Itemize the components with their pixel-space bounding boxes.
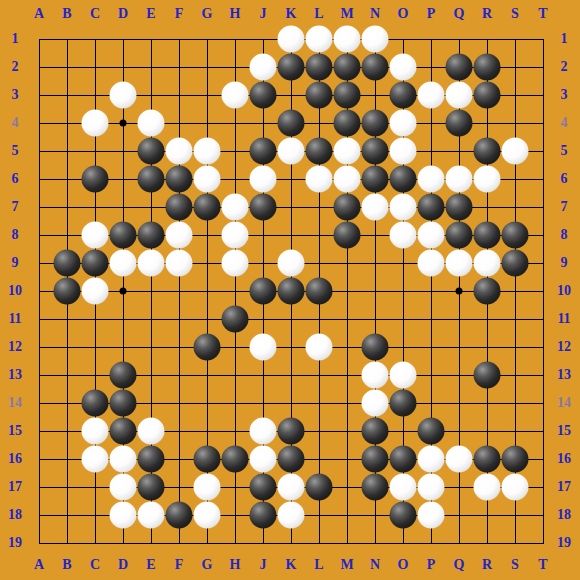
col-label-bottom-N[interactable]: N [370, 557, 380, 573]
col-label-bottom-C[interactable]: C [90, 557, 100, 573]
black-stone-Q4 [446, 110, 473, 137]
white-stone-K5 [278, 138, 305, 165]
row-label-right-5[interactable]: 5 [561, 143, 568, 159]
go-board[interactable]: ABCDEFGHJKLMNOPQRST ABCDEFGHJKLMNOPQRST … [0, 0, 580, 580]
black-stone-K4 [278, 110, 305, 137]
row-label-right-17[interactable]: 17 [557, 479, 571, 495]
white-stone-P3 [418, 82, 445, 109]
col-label-bottom-J[interactable]: J [260, 557, 267, 573]
black-stone-N17 [362, 474, 389, 501]
white-stone-E15 [138, 418, 165, 445]
white-stone-D18 [110, 502, 137, 529]
black-stone-D8 [110, 222, 137, 249]
black-stone-P7 [418, 194, 445, 221]
black-stone-E16 [138, 446, 165, 473]
black-stone-L2 [306, 54, 333, 81]
black-stone-L5 [306, 138, 333, 165]
row-label-right-3[interactable]: 3 [561, 87, 568, 103]
white-stone-O4 [390, 110, 417, 137]
row-label-right-4[interactable]: 4 [561, 115, 568, 131]
white-stone-C15 [82, 418, 109, 445]
white-stone-P16 [418, 446, 445, 473]
row-label-right-7[interactable]: 7 [561, 199, 568, 215]
black-stone-R3 [474, 82, 501, 109]
black-stone-E17 [138, 474, 165, 501]
black-stone-H11 [222, 306, 249, 333]
black-stone-M3 [334, 82, 361, 109]
row-label-right-16[interactable]: 16 [557, 451, 571, 467]
black-stone-K2 [278, 54, 305, 81]
white-stone-J15 [250, 418, 277, 445]
black-stone-S16 [502, 446, 529, 473]
white-stone-S5 [502, 138, 529, 165]
white-stone-O8 [390, 222, 417, 249]
col-label-bottom-O[interactable]: O [398, 557, 409, 573]
white-stone-J12 [250, 334, 277, 361]
row-label-left-13[interactable]: 13 [8, 367, 22, 383]
white-stone-K17 [278, 474, 305, 501]
black-stone-F18 [166, 502, 193, 529]
row-label-left-12[interactable]: 12 [8, 339, 22, 355]
white-stone-O5 [390, 138, 417, 165]
white-stone-O17 [390, 474, 417, 501]
col-label-top-C[interactable]: C [90, 6, 100, 22]
row-label-right-11[interactable]: 11 [557, 311, 570, 327]
white-stone-R9 [474, 250, 501, 277]
black-stone-D13 [110, 362, 137, 389]
white-stone-Q6 [446, 166, 473, 193]
black-stone-R16 [474, 446, 501, 473]
black-stone-N12 [362, 334, 389, 361]
row-label-right-13[interactable]: 13 [557, 367, 571, 383]
black-stone-E5 [138, 138, 165, 165]
white-stone-D3 [110, 82, 137, 109]
row-label-left-16[interactable]: 16 [8, 451, 22, 467]
col-label-bottom-R[interactable]: R [482, 557, 492, 573]
white-stone-L6 [306, 166, 333, 193]
black-stone-J5 [250, 138, 277, 165]
black-stone-L3 [306, 82, 333, 109]
black-stone-J17 [250, 474, 277, 501]
col-label-top-H[interactable]: H [230, 6, 241, 22]
row-label-left-1[interactable]: 1 [12, 31, 19, 47]
black-stone-O3 [390, 82, 417, 109]
white-stone-J2 [250, 54, 277, 81]
black-stone-F7 [166, 194, 193, 221]
row-label-right-18[interactable]: 18 [557, 507, 571, 523]
row-label-left-10[interactable]: 10 [8, 283, 22, 299]
row-label-left-18[interactable]: 18 [8, 507, 22, 523]
black-stone-M4 [334, 110, 361, 137]
white-stone-F9 [166, 250, 193, 277]
white-stone-G5 [194, 138, 221, 165]
white-stone-C16 [82, 446, 109, 473]
black-stone-J7 [250, 194, 277, 221]
white-stone-R17 [474, 474, 501, 501]
white-stone-D17 [110, 474, 137, 501]
black-stone-C14 [82, 390, 109, 417]
black-stone-F6 [166, 166, 193, 193]
col-label-top-G[interactable]: G [202, 6, 213, 22]
white-stone-R6 [474, 166, 501, 193]
black-stone-N2 [362, 54, 389, 81]
black-stone-N16 [362, 446, 389, 473]
black-stone-M8 [334, 222, 361, 249]
col-label-top-F[interactable]: F [175, 6, 184, 22]
col-label-bottom-T[interactable]: T [538, 557, 547, 573]
white-stone-M6 [334, 166, 361, 193]
white-stone-H8 [222, 222, 249, 249]
black-stone-E6 [138, 166, 165, 193]
row-label-right-6[interactable]: 6 [561, 171, 568, 187]
col-label-top-M[interactable]: M [340, 6, 353, 22]
black-stone-J3 [250, 82, 277, 109]
row-label-right-1[interactable]: 1 [561, 31, 568, 47]
black-stone-B10 [54, 278, 81, 305]
col-label-bottom-A[interactable]: A [34, 557, 44, 573]
white-stone-D16 [110, 446, 137, 473]
white-stone-G6 [194, 166, 221, 193]
white-stone-N7 [362, 194, 389, 221]
white-stone-H9 [222, 250, 249, 277]
black-stone-K15 [278, 418, 305, 445]
black-stone-R13 [474, 362, 501, 389]
white-stone-E9 [138, 250, 165, 277]
white-stone-F5 [166, 138, 193, 165]
row-label-left-19[interactable]: 19 [8, 535, 22, 551]
black-stone-R8 [474, 222, 501, 249]
white-stone-P9 [418, 250, 445, 277]
hoshi-point-D10 [120, 288, 127, 295]
black-stone-K16 [278, 446, 305, 473]
black-stone-G12 [194, 334, 221, 361]
black-stone-O16 [390, 446, 417, 473]
white-stone-C8 [82, 222, 109, 249]
white-stone-D9 [110, 250, 137, 277]
white-stone-L12 [306, 334, 333, 361]
white-stone-Q3 [446, 82, 473, 109]
black-stone-R5 [474, 138, 501, 165]
white-stone-N1 [362, 26, 389, 53]
white-stone-M1 [334, 26, 361, 53]
white-stone-C4 [82, 110, 109, 137]
white-stone-P17 [418, 474, 445, 501]
black-stone-B9 [54, 250, 81, 277]
black-stone-M7 [334, 194, 361, 221]
white-stone-P18 [418, 502, 445, 529]
black-stone-S8 [502, 222, 529, 249]
black-stone-O14 [390, 390, 417, 417]
col-label-bottom-L[interactable]: L [314, 557, 323, 573]
row-label-left-11[interactable]: 11 [8, 311, 21, 327]
col-label-bottom-P[interactable]: P [427, 557, 436, 573]
white-stone-P6 [418, 166, 445, 193]
white-stone-P8 [418, 222, 445, 249]
row-label-left-4[interactable]: 4 [12, 115, 19, 131]
black-stone-J18 [250, 502, 277, 529]
black-stone-K10 [278, 278, 305, 305]
black-stone-Q7 [446, 194, 473, 221]
row-label-left-5[interactable]: 5 [12, 143, 19, 159]
white-stone-L1 [306, 26, 333, 53]
row-label-right-12[interactable]: 12 [557, 339, 571, 355]
black-stone-C6 [82, 166, 109, 193]
col-label-bottom-M[interactable]: M [340, 557, 353, 573]
black-stone-N5 [362, 138, 389, 165]
col-label-top-L[interactable]: L [314, 6, 323, 22]
col-label-top-J[interactable]: J [260, 6, 267, 22]
white-stone-E18 [138, 502, 165, 529]
black-stone-Q8 [446, 222, 473, 249]
row-label-left-17[interactable]: 17 [8, 479, 22, 495]
row-label-right-10[interactable]: 10 [557, 283, 571, 299]
black-stone-G16 [194, 446, 221, 473]
row-label-left-9[interactable]: 9 [12, 255, 19, 271]
col-label-bottom-Q[interactable]: Q [454, 557, 465, 573]
col-label-bottom-S[interactable]: S [511, 557, 519, 573]
col-label-bottom-K[interactable]: K [286, 557, 297, 573]
black-stone-M2 [334, 54, 361, 81]
col-label-bottom-D[interactable]: D [118, 557, 128, 573]
white-stone-Q16 [446, 446, 473, 473]
col-label-bottom-B[interactable]: B [62, 557, 71, 573]
row-label-left-7[interactable]: 7 [12, 199, 19, 215]
white-stone-K9 [278, 250, 305, 277]
col-label-top-D[interactable]: D [118, 6, 128, 22]
white-stone-G17 [194, 474, 221, 501]
white-stone-O13 [390, 362, 417, 389]
col-label-top-E[interactable]: E [146, 6, 155, 22]
black-stone-J10 [250, 278, 277, 305]
black-stone-P15 [418, 418, 445, 445]
col-label-bottom-E[interactable]: E [146, 557, 155, 573]
row-label-left-14[interactable]: 14 [8, 395, 22, 411]
black-stone-C9 [82, 250, 109, 277]
white-stone-N13 [362, 362, 389, 389]
row-label-left-2[interactable]: 2 [12, 59, 19, 75]
white-stone-G18 [194, 502, 221, 529]
black-stone-N15 [362, 418, 389, 445]
black-stone-N6 [362, 166, 389, 193]
col-label-top-O[interactable]: O [398, 6, 409, 22]
col-label-bottom-F[interactable]: F [175, 557, 184, 573]
col-label-top-Q[interactable]: Q [454, 6, 465, 22]
white-stone-O7 [390, 194, 417, 221]
col-label-top-P[interactable]: P [427, 6, 436, 22]
black-stone-D14 [110, 390, 137, 417]
white-stone-Q9 [446, 250, 473, 277]
black-stone-L10 [306, 278, 333, 305]
col-label-top-R[interactable]: R [482, 6, 492, 22]
white-stone-M5 [334, 138, 361, 165]
white-stone-K1 [278, 26, 305, 53]
hoshi-point-Q10 [456, 288, 463, 295]
col-label-top-B[interactable]: B [62, 6, 71, 22]
white-stone-K18 [278, 502, 305, 529]
white-stone-N14 [362, 390, 389, 417]
white-stone-H7 [222, 194, 249, 221]
white-stone-H3 [222, 82, 249, 109]
row-label-right-8[interactable]: 8 [561, 227, 568, 243]
row-label-left-8[interactable]: 8 [12, 227, 19, 243]
col-label-top-T[interactable]: T [538, 6, 547, 22]
white-stone-J6 [250, 166, 277, 193]
row-label-left-3[interactable]: 3 [12, 87, 19, 103]
white-stone-E4 [138, 110, 165, 137]
row-label-left-15[interactable]: 15 [8, 423, 22, 439]
row-label-right-2[interactable]: 2 [561, 59, 568, 75]
col-label-bottom-H[interactable]: H [230, 557, 241, 573]
black-stone-L17 [306, 474, 333, 501]
col-label-top-S[interactable]: S [511, 6, 519, 22]
col-label-top-K[interactable]: K [286, 6, 297, 22]
black-stone-H16 [222, 446, 249, 473]
row-label-right-14[interactable]: 14 [557, 395, 571, 411]
black-stone-R2 [474, 54, 501, 81]
row-label-left-6[interactable]: 6 [12, 171, 19, 187]
black-stone-S9 [502, 250, 529, 277]
row-label-right-19[interactable]: 19 [557, 535, 571, 551]
col-label-top-N[interactable]: N [370, 6, 380, 22]
hoshi-point-D4 [120, 120, 127, 127]
white-stone-C10 [82, 278, 109, 305]
row-label-right-9[interactable]: 9 [561, 255, 568, 271]
black-stone-E8 [138, 222, 165, 249]
black-stone-O6 [390, 166, 417, 193]
row-label-right-15[interactable]: 15 [557, 423, 571, 439]
black-stone-R10 [474, 278, 501, 305]
white-stone-S17 [502, 474, 529, 501]
white-stone-F8 [166, 222, 193, 249]
black-stone-N4 [362, 110, 389, 137]
black-stone-O18 [390, 502, 417, 529]
white-stone-J16 [250, 446, 277, 473]
black-stone-D15 [110, 418, 137, 445]
col-label-top-A[interactable]: A [34, 6, 44, 22]
white-stone-O2 [390, 54, 417, 81]
col-label-bottom-G[interactable]: G [202, 557, 213, 573]
black-stone-Q2 [446, 54, 473, 81]
black-stone-G7 [194, 194, 221, 221]
